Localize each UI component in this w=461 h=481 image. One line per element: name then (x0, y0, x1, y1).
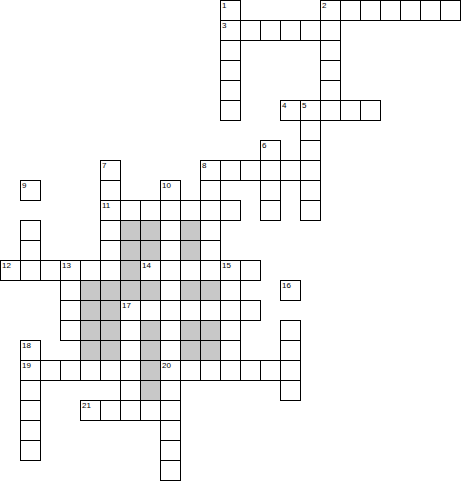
grid-cell[interactable] (180, 260, 201, 281)
grid-cell[interactable] (240, 360, 261, 381)
grid-cell[interactable]: 21 (80, 400, 101, 421)
grid-cell[interactable]: 2 (320, 0, 341, 21)
cell-number: 18 (22, 341, 31, 350)
grid-cell[interactable] (100, 400, 121, 421)
grid-cell[interactable] (440, 0, 461, 21)
grid-cell[interactable] (160, 220, 181, 241)
grid-cell[interactable] (320, 100, 341, 121)
cell-number: 21 (82, 401, 91, 410)
grid-cell[interactable] (260, 160, 281, 181)
grid-cell[interactable]: 6 (260, 140, 281, 161)
grid-cell[interactable]: 1 (220, 0, 241, 21)
grid-cell[interactable] (220, 320, 241, 341)
grid-cell[interactable] (120, 340, 141, 361)
grid-cell[interactable] (320, 60, 341, 81)
grid-cell[interactable]: 20 (160, 360, 181, 381)
shaded-cell (140, 340, 161, 361)
grid-cell[interactable] (300, 120, 321, 141)
grid-cell[interactable]: 3 (220, 20, 241, 41)
grid-cell[interactable]: 15 (220, 260, 241, 281)
grid-cell[interactable] (220, 100, 241, 121)
shaded-cell (80, 320, 101, 341)
grid-cell[interactable] (420, 0, 441, 21)
grid-cell[interactable] (340, 0, 361, 21)
grid-cell[interactable] (200, 220, 221, 241)
grid-cell[interactable]: 9 (20, 180, 41, 201)
grid-cell[interactable] (120, 360, 141, 381)
shaded-cell (180, 320, 201, 341)
shaded-cell (180, 280, 201, 301)
grid-cell[interactable] (220, 300, 241, 321)
grid-cell[interactable] (120, 320, 141, 341)
grid-cell[interactable] (80, 360, 101, 381)
cell-number: 12 (2, 261, 11, 270)
grid-cell[interactable] (360, 100, 381, 121)
grid-cell[interactable] (80, 260, 101, 281)
cell-number: 9 (22, 181, 26, 190)
grid-cell[interactable]: 19 (20, 360, 41, 381)
cell-number: 6 (262, 141, 266, 150)
grid-cell[interactable] (300, 20, 321, 41)
shaded-cell (200, 320, 221, 341)
grid-cell[interactable] (260, 200, 281, 221)
cell-number: 10 (162, 181, 171, 190)
shaded-cell (200, 340, 221, 361)
shaded-cell (120, 280, 141, 301)
cell-number: 15 (222, 261, 231, 270)
shaded-cell (80, 340, 101, 361)
cell-number: 13 (62, 261, 71, 270)
grid-cell[interactable] (240, 20, 261, 41)
grid-cell[interactable] (140, 300, 161, 321)
grid-cell[interactable] (220, 60, 241, 81)
cell-number: 5 (302, 101, 306, 110)
grid-cell[interactable] (100, 360, 121, 381)
grid-cell[interactable] (200, 260, 221, 281)
grid-cell[interactable] (200, 200, 221, 221)
grid-cell[interactable] (120, 400, 141, 421)
grid-cell[interactable] (160, 420, 181, 441)
grid-cell[interactable] (160, 260, 181, 281)
grid-cell[interactable] (20, 240, 41, 261)
grid-cell[interactable] (320, 80, 341, 101)
shaded-cell (120, 260, 141, 281)
cell-number: 4 (282, 101, 286, 110)
grid-cell[interactable] (20, 420, 41, 441)
grid-cell[interactable] (60, 320, 81, 341)
grid-cell[interactable] (180, 360, 201, 381)
crossword-grid: 123456789101112131415161718192021 (0, 0, 461, 481)
grid-cell[interactable]: 4 (280, 100, 301, 121)
grid-cell[interactable] (20, 440, 41, 461)
grid-cell[interactable] (20, 260, 41, 281)
grid-cell[interactable] (280, 340, 301, 361)
grid-cell[interactable] (160, 240, 181, 261)
grid-cell[interactable] (160, 300, 181, 321)
grid-cell[interactable] (280, 360, 301, 381)
grid-cell[interactable] (120, 380, 141, 401)
grid-cell[interactable] (300, 180, 321, 201)
shaded-cell (140, 280, 161, 301)
grid-cell[interactable]: 8 (200, 160, 221, 181)
grid-cell[interactable] (120, 200, 141, 221)
cell-number: 20 (162, 361, 171, 370)
grid-cell[interactable] (300, 200, 321, 221)
shaded-cell (100, 340, 121, 361)
cell-number: 16 (282, 281, 291, 290)
grid-cell[interactable]: 13 (60, 260, 81, 281)
shaded-cell (120, 220, 141, 241)
shaded-cell (140, 220, 161, 241)
grid-cell[interactable] (200, 240, 221, 261)
grid-cell[interactable] (100, 240, 121, 261)
grid-cell[interactable] (400, 0, 421, 21)
grid-cell[interactable] (160, 340, 181, 361)
grid-cell[interactable] (220, 280, 241, 301)
grid-cell[interactable] (220, 360, 241, 381)
grid-cell[interactable] (200, 180, 221, 201)
grid-cell[interactable] (240, 160, 261, 181)
grid-cell[interactable] (20, 220, 41, 241)
grid-cell[interactable] (340, 100, 361, 121)
grid-cell[interactable] (300, 160, 321, 181)
grid-cell[interactable] (160, 400, 181, 421)
shaded-cell (120, 240, 141, 261)
shaded-cell (200, 280, 221, 301)
grid-cell[interactable] (260, 180, 281, 201)
shaded-cell (180, 240, 201, 261)
grid-cell[interactable] (220, 40, 241, 61)
shaded-cell (100, 320, 121, 341)
grid-cell[interactable] (220, 160, 241, 181)
grid-cell[interactable] (160, 380, 181, 401)
grid-cell[interactable] (260, 20, 281, 41)
grid-cell[interactable] (300, 140, 321, 161)
grid-cell[interactable]: 16 (280, 280, 301, 301)
grid-cell[interactable]: 5 (300, 100, 321, 121)
grid-cell[interactable] (280, 320, 301, 341)
grid-cell[interactable] (280, 380, 301, 401)
cell-number: 2 (322, 1, 326, 10)
grid-cell[interactable] (320, 20, 341, 41)
shaded-cell (140, 360, 161, 381)
grid-cell[interactable] (100, 180, 121, 201)
grid-cell[interactable] (360, 0, 381, 21)
shaded-cell (100, 300, 121, 321)
cell-number: 1 (222, 1, 226, 10)
grid-cell[interactable] (320, 40, 341, 61)
shaded-cell (140, 240, 161, 261)
grid-cell[interactable] (220, 200, 241, 221)
shaded-cell (180, 340, 201, 361)
shaded-cell (140, 380, 161, 401)
grid-cell[interactable]: 11 (100, 200, 121, 221)
grid-cell[interactable] (380, 0, 401, 21)
grid-cell[interactable] (160, 460, 181, 481)
grid-cell[interactable] (140, 200, 161, 221)
cell-number: 3 (222, 21, 226, 30)
grid-cell[interactable] (160, 320, 181, 341)
grid-cell[interactable] (100, 260, 121, 281)
grid-cell[interactable]: 17 (120, 300, 141, 321)
grid-cell[interactable]: 7 (100, 160, 121, 181)
grid-cell[interactable] (60, 280, 81, 301)
grid-cell[interactable]: 12 (0, 260, 21, 281)
grid-cell[interactable] (60, 300, 81, 321)
grid-cell[interactable] (40, 260, 61, 281)
grid-cell[interactable] (240, 260, 261, 281)
grid-cell[interactable] (200, 300, 221, 321)
grid-cell[interactable] (140, 400, 161, 421)
grid-cell[interactable] (160, 200, 181, 221)
grid-cell[interactable] (200, 360, 221, 381)
grid-cell[interactable] (60, 360, 81, 381)
grid-cell[interactable] (20, 400, 41, 421)
grid-cell[interactable] (280, 20, 301, 41)
grid-cell[interactable] (180, 300, 201, 321)
cell-number: 8 (202, 161, 206, 170)
grid-cell[interactable] (40, 360, 61, 381)
shaded-cell (140, 320, 161, 341)
shaded-cell (80, 280, 101, 301)
shaded-cell (100, 280, 121, 301)
shaded-cell (180, 220, 201, 241)
grid-cell[interactable]: 10 (160, 180, 181, 201)
grid-cell[interactable] (280, 160, 301, 181)
grid-cell[interactable] (100, 220, 121, 241)
cell-number: 11 (102, 201, 110, 210)
grid-cell[interactable] (220, 340, 241, 361)
grid-cell[interactable] (220, 80, 241, 101)
grid-cell[interactable] (160, 280, 181, 301)
cell-number: 19 (22, 361, 31, 370)
grid-cell[interactable] (160, 440, 181, 461)
grid-cell[interactable] (240, 300, 261, 321)
cell-number: 14 (142, 261, 151, 270)
cell-number: 7 (102, 161, 106, 170)
grid-cell[interactable]: 14 (140, 260, 161, 281)
grid-cell[interactable] (180, 200, 201, 221)
grid-cell[interactable] (20, 380, 41, 401)
grid-cell[interactable] (260, 360, 281, 381)
cell-number: 17 (122, 301, 131, 310)
grid-cell[interactable]: 18 (20, 340, 41, 361)
shaded-cell (80, 300, 101, 321)
